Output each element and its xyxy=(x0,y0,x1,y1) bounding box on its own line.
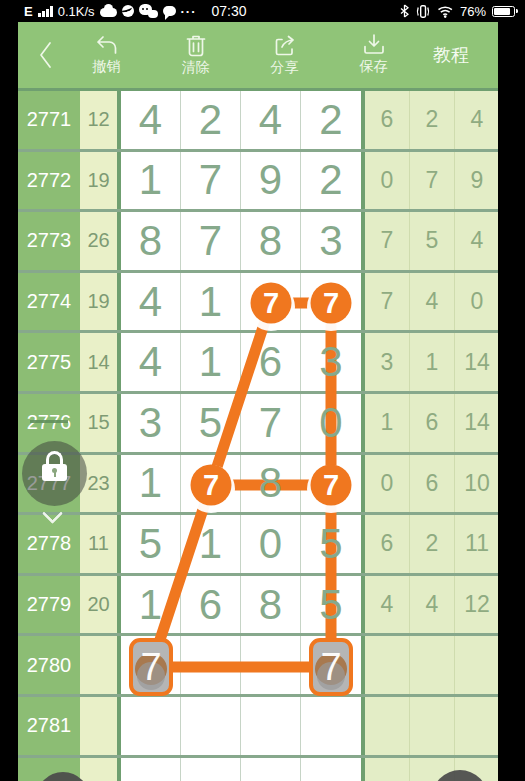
digit-cell[interactable] xyxy=(241,758,301,781)
digit-cell[interactable]: 4 xyxy=(241,91,301,149)
chart-row: 2777 23 1 7 8 7 0 6 10 xyxy=(18,455,498,516)
digit-cell[interactable]: 3 xyxy=(121,394,181,452)
undo-button[interactable]: 撤销 xyxy=(62,35,151,76)
clear-label: 清除 xyxy=(182,59,210,77)
digit-cell[interactable]: 1 xyxy=(121,455,181,513)
stat-cell: 1 xyxy=(365,394,410,452)
stat-cell xyxy=(455,697,498,755)
stat-cell: 10 xyxy=(455,455,498,513)
chart-row: 2771 12 4 2 4 2 6 2 4 xyxy=(18,91,498,152)
draw-number-cell: 2773 xyxy=(18,212,80,270)
stat-cell: 0 xyxy=(365,455,410,513)
digit-cell[interactable]: 4 xyxy=(121,333,181,391)
digit-cell[interactable]: 8 xyxy=(241,455,301,513)
digit-cell[interactable]: 3 xyxy=(301,212,361,270)
digit-cell[interactable]: 7 xyxy=(181,455,241,513)
draw-number-cell: 2780 xyxy=(18,636,80,694)
browser-ball-icon xyxy=(122,5,134,17)
digit-cell[interactable]: 6 xyxy=(241,333,301,391)
sum-cell: 19 xyxy=(80,273,117,331)
share-icon xyxy=(273,34,297,57)
draw-number-cell: 2775 xyxy=(18,333,80,391)
sum-cell: 19 xyxy=(80,152,117,210)
digit-cell[interactable]: 1 xyxy=(181,273,241,331)
digit-cell[interactable]: 7 xyxy=(241,273,301,331)
stat-cell: 2 xyxy=(410,515,455,573)
stat-cell: 6 xyxy=(410,394,455,452)
digit-cell[interactable] xyxy=(301,697,361,755)
draw-number-cell: 2774 xyxy=(18,273,80,331)
digit-cell[interactable]: 8 xyxy=(241,212,301,270)
digit-cell[interactable]: 6 xyxy=(181,576,241,634)
save-label: 保存 xyxy=(360,58,388,76)
sum-cell xyxy=(80,636,117,694)
network-speed-label: 0.1K/s xyxy=(58,4,95,19)
stat-cell xyxy=(410,636,455,694)
chart-row: 2778 11 5 1 0 5 6 2 11 xyxy=(18,515,498,576)
stat-cell: 2 xyxy=(410,91,455,149)
network-type-label: E xyxy=(24,4,33,19)
digit-cell[interactable] xyxy=(121,697,181,755)
vibrate-icon xyxy=(415,5,431,18)
wechat-icon xyxy=(139,4,158,18)
digit-cell[interactable]: 4 xyxy=(121,91,181,149)
stat-cell: 6 xyxy=(365,91,410,149)
lock-button[interactable] xyxy=(22,441,87,506)
bluetooth-icon xyxy=(400,4,409,18)
digit-cell[interactable] xyxy=(121,636,181,694)
stat-cell: 4 xyxy=(455,212,498,270)
trend-chart: 2771 12 4 2 4 2 6 2 4 2772 19 1 7 9 2 0 … xyxy=(18,88,498,781)
chart-row: 2781 xyxy=(18,697,498,758)
stat-cell: 0 xyxy=(455,273,498,331)
draw-number-cell: 2771 xyxy=(18,91,80,149)
stat-cell: 12 xyxy=(455,576,498,634)
chart-row: 2775 14 4 1 6 3 3 1 14 xyxy=(18,333,498,394)
chart-row: 2776 15 3 5 7 0 1 6 14 xyxy=(18,394,498,455)
stat-cell xyxy=(455,636,498,694)
sum-cell: 26 xyxy=(80,212,117,270)
digit-cell[interactable]: 7 xyxy=(181,212,241,270)
digit-cell[interactable]: 5 xyxy=(301,515,361,573)
sum-cell: 11 xyxy=(80,515,117,573)
tutorial-button[interactable]: 教程 xyxy=(418,43,484,67)
digit-cell[interactable] xyxy=(181,697,241,755)
digit-cell[interactable] xyxy=(301,636,361,694)
chart-rows: 2771 12 4 2 4 2 6 2 4 2772 19 1 7 9 2 0 … xyxy=(18,91,498,781)
digit-cell[interactable]: 7 xyxy=(301,455,361,513)
stat-cell: 14 xyxy=(455,333,498,391)
clear-button[interactable]: 清除 xyxy=(151,34,240,77)
signal-bars-icon xyxy=(38,6,53,17)
digit-cell[interactable]: 0 xyxy=(301,394,361,452)
digit-cell[interactable] xyxy=(181,636,241,694)
digit-cell[interactable] xyxy=(241,697,301,755)
share-button[interactable]: 分享 xyxy=(240,34,329,77)
stat-cell: 4 xyxy=(410,273,455,331)
draw-number-cell: 2772 xyxy=(18,152,80,210)
digit-cell[interactable] xyxy=(301,758,361,781)
draw-number-cell: 2778 xyxy=(18,515,80,573)
digit-cell[interactable]: 7 xyxy=(241,394,301,452)
digit-cell[interactable]: 9 xyxy=(241,152,301,210)
toolbar: 撤销 清除 分享 保存 教程 xyxy=(18,22,498,88)
save-button[interactable]: 保存 xyxy=(329,34,418,76)
battery-icon xyxy=(492,6,515,17)
digit-cell[interactable]: 5 xyxy=(301,576,361,634)
stat-cell: 6 xyxy=(410,455,455,513)
stat-cell: 14 xyxy=(455,394,498,452)
digit-cell[interactable]: 2 xyxy=(301,152,361,210)
sum-cell xyxy=(80,758,117,781)
strikethrough-line xyxy=(30,420,68,423)
digit-cell[interactable]: 5 xyxy=(181,394,241,452)
sum-cell: 15 xyxy=(80,394,117,452)
stat-cell: 6 xyxy=(365,515,410,573)
more-notifications-icon: ··· xyxy=(181,4,197,19)
chart-row: 2774 19 4 1 7 7 7 4 0 xyxy=(18,273,498,334)
digit-cell[interactable]: 7 xyxy=(181,152,241,210)
digit-cell[interactable]: 4 xyxy=(121,273,181,331)
draw-number-cell: 2779 xyxy=(18,576,80,634)
clock-label: 07:30 xyxy=(212,3,247,19)
sum-cell: 12 xyxy=(80,91,117,149)
chart-row: 2780 xyxy=(18,636,498,697)
digit-cell[interactable]: 7 xyxy=(301,273,361,331)
chart-row: 2772 19 1 7 9 2 0 7 9 xyxy=(18,152,498,213)
stat-cell: 5 xyxy=(410,212,455,270)
digit-cell[interactable] xyxy=(121,758,181,781)
cloud-icon xyxy=(100,8,117,17)
digit-cell[interactable] xyxy=(241,636,301,694)
screen: { "game": "lottery-trend-chart (3D/Paili… xyxy=(0,0,525,781)
sum-cell: 14 xyxy=(80,333,117,391)
undo-icon xyxy=(95,35,119,56)
digit-cell[interactable]: 2 xyxy=(301,91,361,149)
sum-cell: 20 xyxy=(80,576,117,634)
status-bar: E 0.1K/s ··· 07:30 76% xyxy=(0,0,525,22)
share-label: 分享 xyxy=(271,59,299,77)
digit-cell[interactable]: 8 xyxy=(121,212,181,270)
digit-cell[interactable]: 0 xyxy=(241,515,301,573)
digit-cell[interactable]: 8 xyxy=(241,576,301,634)
stat-cell: 7 xyxy=(365,212,410,270)
stat-cell xyxy=(365,758,410,781)
stat-cell: 4 xyxy=(410,576,455,634)
stat-cell: 7 xyxy=(365,273,410,331)
digit-cell[interactable]: 3 xyxy=(301,333,361,391)
trash-icon xyxy=(185,34,207,57)
wifi-icon xyxy=(437,5,454,18)
stat-cell xyxy=(365,636,410,694)
stat-cell: 3 xyxy=(365,333,410,391)
chart-row: 2779 20 1 6 8 5 4 4 12 xyxy=(18,576,498,637)
stat-cell xyxy=(410,697,455,755)
digit-cell[interactable]: 1 xyxy=(181,515,241,573)
stat-cell xyxy=(365,697,410,755)
sum-cell xyxy=(80,697,117,755)
back-button[interactable] xyxy=(28,40,62,70)
chart-row: 2773 26 8 7 8 3 7 5 4 xyxy=(18,212,498,273)
stat-cell: 7 xyxy=(410,152,455,210)
stat-cell: 4 xyxy=(455,91,498,149)
battery-percent-label: 76% xyxy=(460,4,486,19)
stat-cell: 11 xyxy=(455,515,498,573)
stat-cell: 4 xyxy=(365,576,410,634)
draw-number-cell: 2781 xyxy=(18,697,80,755)
undo-label: 撤销 xyxy=(93,58,121,76)
digit-cell[interactable]: 2 xyxy=(181,91,241,149)
stat-cell: 9 xyxy=(455,152,498,210)
digit-cell[interactable]: 5 xyxy=(121,515,181,573)
save-icon xyxy=(362,34,386,56)
lock-icon xyxy=(46,451,63,464)
digit-cell[interactable]: 1 xyxy=(121,576,181,634)
digit-cell[interactable]: 1 xyxy=(181,333,241,391)
chart-row xyxy=(18,758,498,781)
stat-cell: 1 xyxy=(410,333,455,391)
digit-cell[interactable] xyxy=(181,758,241,781)
digit-cell[interactable]: 1 xyxy=(121,152,181,210)
app-window: 撤销 清除 分享 保存 教程 2771 12 4 2 4 2 xyxy=(18,22,498,781)
stat-cell: 0 xyxy=(365,152,410,210)
message-bubble-icon xyxy=(163,6,176,16)
